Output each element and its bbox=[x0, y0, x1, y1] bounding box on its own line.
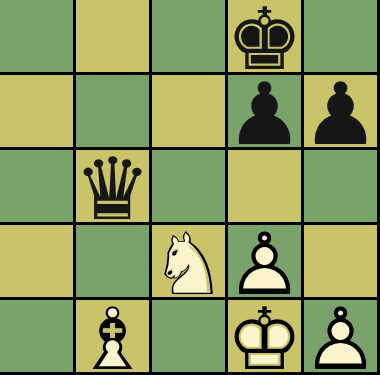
square-r2c5[interactable]: ♟ bbox=[304, 75, 377, 147]
black-queen-piece[interactable]: ♛ bbox=[76, 150, 149, 222]
square-r5c3[interactable] bbox=[152, 300, 225, 372]
square-r2c4[interactable]: ♟ bbox=[228, 75, 301, 147]
square-r4c4[interactable]: ♟♙ bbox=[228, 225, 301, 297]
square-r4c2[interactable] bbox=[76, 225, 149, 297]
square-r1c4[interactable]: ♚ bbox=[228, 0, 301, 72]
square-r5c2[interactable]: ♝♗ bbox=[76, 300, 149, 372]
black-pawn-piece[interactable]: ♟ bbox=[228, 75, 301, 147]
white-pawn-outline-glyph: ♙ bbox=[228, 228, 301, 300]
square-r2c3[interactable] bbox=[152, 75, 225, 147]
white-bishop-piece[interactable]: ♝♗ bbox=[76, 300, 149, 372]
white-pawn-fill-glyph: ♟ bbox=[304, 303, 377, 375]
black-pawn-glyph: ♟ bbox=[228, 78, 301, 150]
square-r3c1[interactable] bbox=[0, 150, 73, 222]
white-king-fill-glyph: ♚ bbox=[228, 303, 301, 375]
white-knight-fill-glyph: ♞ bbox=[152, 228, 225, 300]
square-r4c3[interactable]: ♞♘ bbox=[152, 225, 225, 297]
white-pawn-piece[interactable]: ♟♙ bbox=[228, 225, 301, 297]
white-king-outline-glyph: ♔ bbox=[228, 303, 301, 375]
square-r2c2[interactable] bbox=[76, 75, 149, 147]
square-r5c1[interactable] bbox=[0, 300, 73, 372]
square-r5c5[interactable]: ♟♙ bbox=[304, 300, 377, 372]
white-bishop-outline-glyph: ♗ bbox=[76, 303, 149, 375]
white-king-piece[interactable]: ♚♔ bbox=[228, 300, 301, 372]
square-r2c1[interactable] bbox=[0, 75, 73, 147]
chess-board: ♚♟♟♛♞♘♟♙♝♗♚♔♟♙ bbox=[0, 0, 380, 375]
square-r5c4[interactable]: ♚♔ bbox=[228, 300, 301, 372]
black-king-glyph: ♚ bbox=[228, 3, 301, 75]
square-r1c5[interactable] bbox=[304, 0, 377, 72]
black-queen-glyph: ♛ bbox=[76, 153, 149, 225]
white-knight-outline-glyph: ♘ bbox=[152, 228, 225, 300]
square-r3c2[interactable]: ♛ bbox=[76, 150, 149, 222]
square-r1c2[interactable] bbox=[76, 0, 149, 72]
white-knight-piece[interactable]: ♞♘ bbox=[152, 225, 225, 297]
white-pawn-fill-glyph: ♟ bbox=[228, 228, 301, 300]
black-pawn-glyph: ♟ bbox=[304, 78, 377, 150]
square-r3c4[interactable] bbox=[228, 150, 301, 222]
black-king-piece[interactable]: ♚ bbox=[228, 0, 301, 72]
square-r4c1[interactable] bbox=[0, 225, 73, 297]
black-pawn-piece[interactable]: ♟ bbox=[304, 75, 377, 147]
white-pawn-outline-glyph: ♙ bbox=[304, 303, 377, 375]
square-r1c1[interactable] bbox=[0, 0, 73, 72]
square-r3c3[interactable] bbox=[152, 150, 225, 222]
square-r3c5[interactable] bbox=[304, 150, 377, 222]
white-pawn-piece[interactable]: ♟♙ bbox=[304, 300, 377, 372]
white-bishop-fill-glyph: ♝ bbox=[76, 303, 149, 375]
square-r4c5[interactable] bbox=[304, 225, 377, 297]
square-r1c3[interactable] bbox=[152, 0, 225, 72]
